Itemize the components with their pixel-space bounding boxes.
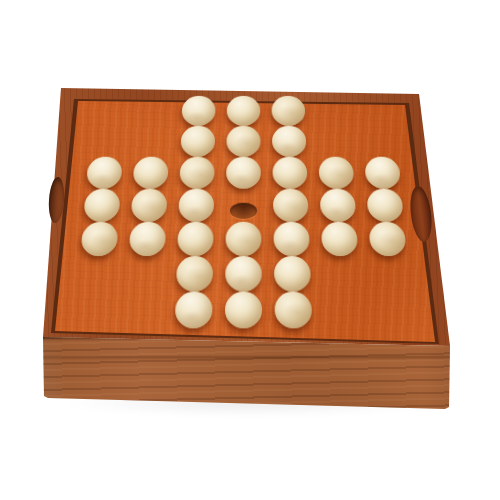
peg-ball[interactable]	[131, 189, 168, 222]
board-margin	[310, 96, 356, 126]
square-e3	[267, 222, 316, 256]
peg-ball[interactable]	[225, 256, 262, 291]
peg-solitaire-photo	[0, 0, 500, 500]
peg-ball[interactable]	[225, 222, 261, 256]
square-d5	[220, 157, 267, 189]
peg-ball[interactable]	[368, 222, 406, 256]
peg-ball[interactable]	[273, 222, 310, 256]
peg-ball[interactable]	[273, 189, 309, 222]
board-margin	[71, 256, 122, 291]
board-margin	[85, 96, 132, 126]
peg-ball[interactable]	[364, 157, 401, 189]
peg-ball[interactable]	[366, 189, 404, 222]
square-f5	[312, 157, 360, 189]
peg-ball[interactable]	[274, 256, 311, 291]
peg-ball[interactable]	[227, 96, 261, 126]
board-margin	[118, 292, 170, 329]
square-b3	[123, 222, 173, 256]
peg-ball[interactable]	[177, 222, 214, 256]
square-c2	[170, 256, 220, 291]
square-f3	[315, 222, 365, 256]
peg-ball[interactable]	[320, 189, 357, 222]
square-a4	[77, 189, 127, 222]
board-margin	[68, 292, 120, 329]
square-d4	[220, 189, 268, 222]
peg-ball[interactable]	[318, 157, 354, 189]
board-margin	[317, 292, 369, 329]
board-margin	[355, 96, 402, 126]
square-c3	[171, 222, 220, 256]
square-c5	[173, 157, 220, 189]
square-e2	[268, 256, 318, 291]
peg-ball[interactable]	[272, 157, 307, 189]
square-d7	[221, 96, 266, 126]
peg-ball[interactable]	[179, 157, 214, 189]
square-g5	[358, 157, 407, 189]
square-c4	[172, 189, 220, 222]
peg-ball[interactable]	[271, 96, 305, 126]
square-b5	[127, 157, 175, 189]
peg-ball[interactable]	[225, 292, 262, 329]
square-e4	[267, 189, 315, 222]
square-e5	[266, 157, 313, 189]
peg-ball[interactable]	[226, 126, 260, 157]
square-c7	[176, 96, 222, 126]
empty-hole[interactable]	[230, 203, 257, 219]
board-margin	[357, 126, 405, 157]
square-g4	[360, 189, 410, 222]
peg-ball[interactable]	[226, 157, 261, 189]
board-margin	[316, 256, 367, 291]
peg-ball[interactable]	[133, 157, 169, 189]
board-margin	[311, 126, 358, 157]
peg-ball[interactable]	[321, 222, 358, 256]
square-e7	[266, 96, 312, 126]
square-c1	[168, 292, 219, 329]
board-margin	[129, 126, 176, 157]
square-d6	[221, 126, 267, 157]
square-a5	[80, 157, 129, 189]
square-d2	[219, 256, 268, 291]
peg-ball[interactable]	[175, 292, 213, 329]
square-c6	[175, 126, 221, 157]
peg-ball[interactable]	[129, 222, 166, 256]
square-d3	[219, 222, 267, 256]
board-margin	[130, 96, 176, 126]
peg-ball[interactable]	[181, 96, 215, 126]
square-e1	[268, 292, 319, 329]
peg-ball[interactable]	[86, 157, 123, 189]
peg-ball[interactable]	[176, 256, 213, 291]
board-margin	[367, 292, 419, 329]
peg-ball[interactable]	[272, 126, 307, 157]
peg-ball[interactable]	[83, 189, 121, 222]
square-g3	[362, 222, 412, 256]
square-b4	[125, 189, 174, 222]
peg-ball[interactable]	[178, 189, 214, 222]
square-a3	[74, 222, 124, 256]
peg-ball[interactable]	[80, 222, 118, 256]
board-margin	[120, 256, 171, 291]
square-d1	[218, 292, 268, 329]
board-margin	[364, 256, 415, 291]
board-margin	[83, 126, 131, 157]
square-e6	[266, 126, 312, 157]
board-grid	[69, 96, 418, 315]
square-f4	[314, 189, 363, 222]
peg-ball[interactable]	[180, 126, 215, 157]
peg-ball[interactable]	[274, 292, 312, 329]
